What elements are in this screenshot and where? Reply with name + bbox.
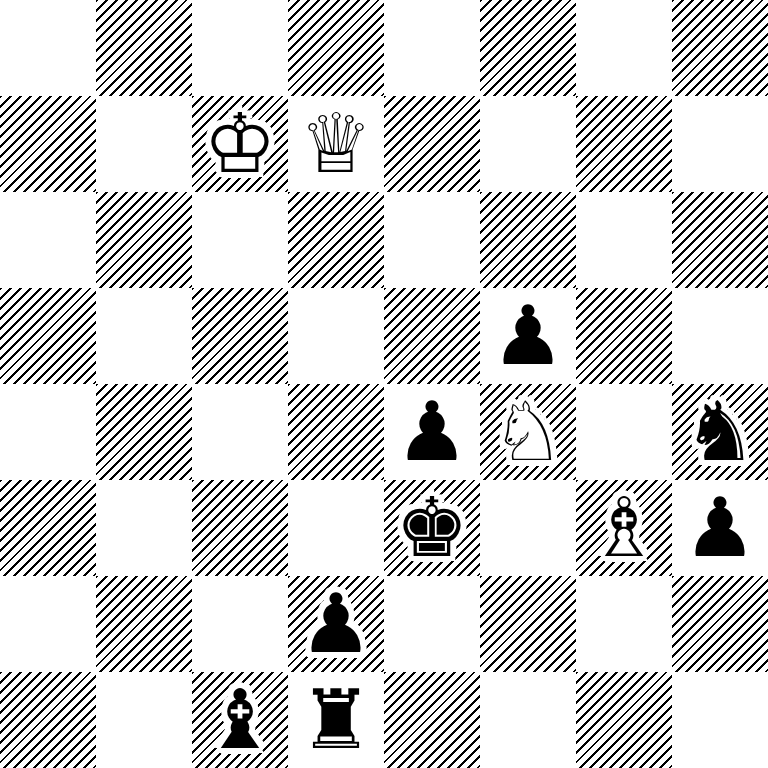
black-king-icon: ♚ <box>395 480 469 576</box>
square-f7[interactable] <box>480 96 576 192</box>
square-e5[interactable] <box>384 288 480 384</box>
square-h2[interactable] <box>672 576 768 672</box>
square-e6[interactable] <box>384 192 480 288</box>
square-c1[interactable]: ♝♝ <box>192 672 288 768</box>
square-d7[interactable]: ♛♕ <box>288 96 384 192</box>
square-f1[interactable] <box>480 672 576 768</box>
piece-black-pawn-e4[interactable]: ♟♟ <box>384 384 480 480</box>
square-c2[interactable] <box>192 576 288 672</box>
square-h7[interactable] <box>672 96 768 192</box>
piece-black-pawn-h3[interactable]: ♟♟ <box>672 480 768 576</box>
piece-black-pawn-d2[interactable]: ♟♟ <box>288 576 384 672</box>
black-pawn-icon: ♟ <box>395 384 469 480</box>
square-g3[interactable]: ♝♗ <box>576 480 672 576</box>
square-f6[interactable] <box>480 192 576 288</box>
square-d5[interactable] <box>288 288 384 384</box>
piece-black-pawn-f5[interactable]: ♟♟ <box>480 288 576 384</box>
square-e8[interactable] <box>384 0 480 96</box>
square-b7[interactable] <box>96 96 192 192</box>
square-a3[interactable] <box>0 480 96 576</box>
square-g1[interactable] <box>576 672 672 768</box>
square-d4[interactable] <box>288 384 384 480</box>
black-pawn-icon: ♟ <box>491 288 565 384</box>
square-d1[interactable]: ♜♜ <box>288 672 384 768</box>
black-rook-icon: ♜ <box>299 672 373 768</box>
square-g8[interactable] <box>576 0 672 96</box>
square-g4[interactable] <box>576 384 672 480</box>
square-b4[interactable] <box>96 384 192 480</box>
square-a7[interactable] <box>0 96 96 192</box>
square-h6[interactable] <box>672 192 768 288</box>
white-knight-icon: ♘ <box>491 384 565 480</box>
square-c8[interactable] <box>192 0 288 96</box>
square-e4[interactable]: ♟♟ <box>384 384 480 480</box>
square-a2[interactable] <box>0 576 96 672</box>
square-f4[interactable]: ♞♘ <box>480 384 576 480</box>
square-h3[interactable]: ♟♟ <box>672 480 768 576</box>
square-f2[interactable] <box>480 576 576 672</box>
square-a8[interactable] <box>0 0 96 96</box>
piece-white-king-c7[interactable]: ♚♔ <box>192 96 288 192</box>
piece-black-rook-d1[interactable]: ♜♜ <box>288 672 384 768</box>
square-b2[interactable] <box>96 576 192 672</box>
square-c6[interactable] <box>192 192 288 288</box>
square-g6[interactable] <box>576 192 672 288</box>
square-e7[interactable] <box>384 96 480 192</box>
square-b3[interactable] <box>96 480 192 576</box>
chess-board: ♚♔♛♕♟♟♟♟♞♘♞♞♚♚♝♗♟♟♟♟♝♝♜♜ <box>0 0 768 768</box>
square-h1[interactable] <box>672 672 768 768</box>
square-a5[interactable] <box>0 288 96 384</box>
square-d8[interactable] <box>288 0 384 96</box>
white-bishop-icon: ♗ <box>587 480 661 576</box>
square-c7[interactable]: ♚♔ <box>192 96 288 192</box>
square-b8[interactable] <box>96 0 192 96</box>
piece-black-knight-h4[interactable]: ♞♞ <box>672 384 768 480</box>
square-b5[interactable] <box>96 288 192 384</box>
piece-white-knight-f4[interactable]: ♞♘ <box>480 384 576 480</box>
piece-black-king-e3[interactable]: ♚♚ <box>384 480 480 576</box>
square-f8[interactable] <box>480 0 576 96</box>
black-pawn-icon: ♟ <box>683 480 757 576</box>
square-b6[interactable] <box>96 192 192 288</box>
black-bishop-icon: ♝ <box>203 672 277 768</box>
square-g2[interactable] <box>576 576 672 672</box>
square-e1[interactable] <box>384 672 480 768</box>
black-knight-icon: ♞ <box>683 384 757 480</box>
white-queen-icon: ♕ <box>299 96 373 192</box>
square-f3[interactable] <box>480 480 576 576</box>
square-a1[interactable] <box>0 672 96 768</box>
square-g5[interactable] <box>576 288 672 384</box>
white-king-icon: ♔ <box>203 96 277 192</box>
square-d2[interactable]: ♟♟ <box>288 576 384 672</box>
square-h5[interactable] <box>672 288 768 384</box>
black-pawn-icon: ♟ <box>299 576 373 672</box>
square-f5[interactable]: ♟♟ <box>480 288 576 384</box>
square-e3[interactable]: ♚♚ <box>384 480 480 576</box>
piece-white-bishop-g3[interactable]: ♝♗ <box>576 480 672 576</box>
square-c5[interactable] <box>192 288 288 384</box>
piece-white-queen-d7[interactable]: ♛♕ <box>288 96 384 192</box>
square-e2[interactable] <box>384 576 480 672</box>
square-c3[interactable] <box>192 480 288 576</box>
square-a4[interactable] <box>0 384 96 480</box>
square-a6[interactable] <box>0 192 96 288</box>
square-d3[interactable] <box>288 480 384 576</box>
square-c4[interactable] <box>192 384 288 480</box>
square-h4[interactable]: ♞♞ <box>672 384 768 480</box>
piece-black-bishop-c1[interactable]: ♝♝ <box>192 672 288 768</box>
square-d6[interactable] <box>288 192 384 288</box>
square-h8[interactable] <box>672 0 768 96</box>
square-b1[interactable] <box>96 672 192 768</box>
square-g7[interactable] <box>576 96 672 192</box>
